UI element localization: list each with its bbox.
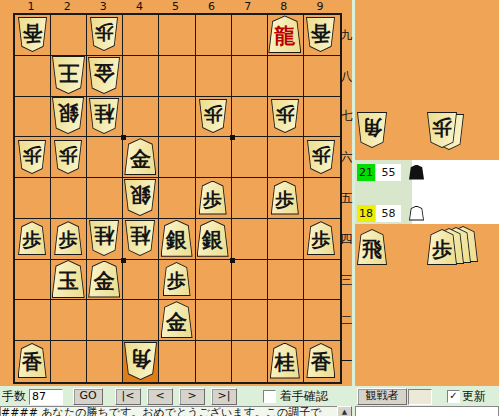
board-cell[interactable] <box>159 137 195 178</box>
board-cell[interactable] <box>232 56 268 97</box>
chat-input[interactable] <box>355 406 499 416</box>
file-label: 8 <box>266 0 302 13</box>
board-cell[interactable] <box>268 56 304 97</box>
opponent-minutes: 21 <box>357 164 375 181</box>
board-cell[interactable] <box>87 15 123 56</box>
board-cell[interactable] <box>196 15 232 56</box>
board-cell[interactable] <box>51 15 87 56</box>
nav-prev-button[interactable]: < <box>147 388 173 405</box>
board-cell[interactable] <box>87 219 123 260</box>
opponent-clock: 21 55 <box>357 163 424 181</box>
rank-label: 七 <box>341 97 352 138</box>
board-cell[interactable] <box>268 341 304 382</box>
board-cell[interactable] <box>196 260 232 301</box>
star-point <box>230 258 235 263</box>
rank-labels: 九八七六五四三二一 <box>341 15 352 382</box>
message-box: #### あなたの勝ちです。おめでとうございます。この調子で <box>0 406 352 416</box>
board-cell[interactable] <box>123 137 159 178</box>
board-cell[interactable] <box>159 219 195 260</box>
board-cell[interactable] <box>268 15 304 56</box>
board-cell[interactable] <box>304 300 340 341</box>
spectator-count-box <box>408 389 432 405</box>
board-cell[interactable] <box>15 178 51 219</box>
clock-block: 21 55 18 58 <box>355 160 499 224</box>
shogi-board[interactable] <box>13 13 342 384</box>
board-cell[interactable] <box>15 15 51 56</box>
board-cell[interactable] <box>123 15 159 56</box>
board-cell[interactable] <box>51 341 87 382</box>
board-cell[interactable] <box>232 300 268 341</box>
file-label: 5 <box>157 0 193 13</box>
board-cell[interactable] <box>268 219 304 260</box>
player-clock: 18 58 <box>357 204 424 222</box>
file-label: 6 <box>194 0 230 13</box>
board-cell[interactable] <box>87 300 123 341</box>
board-cell[interactable] <box>123 341 159 382</box>
board-cell[interactable] <box>232 260 268 301</box>
board-cell[interactable] <box>51 300 87 341</box>
board-cell[interactable] <box>159 260 195 301</box>
board-cell[interactable] <box>87 137 123 178</box>
board-cell[interactable] <box>196 219 232 260</box>
player-seconds: 58 <box>376 205 401 222</box>
board-cell[interactable] <box>123 178 159 219</box>
board-cell[interactable] <box>15 219 51 260</box>
board-cell[interactable] <box>123 300 159 341</box>
rank-label: 八 <box>341 56 352 97</box>
file-labels: 123456789 <box>13 0 338 13</box>
board-cell[interactable] <box>159 97 195 138</box>
spectator-button[interactable]: 観戦者 <box>357 388 407 405</box>
board-cell[interactable] <box>87 97 123 138</box>
board-cell[interactable] <box>159 300 195 341</box>
board-cell[interactable] <box>304 15 340 56</box>
move-number-input[interactable] <box>29 389 63 405</box>
board-cell[interactable] <box>232 178 268 219</box>
board-cell[interactable] <box>15 260 51 301</box>
star-point <box>230 135 235 140</box>
black-piece-icon <box>409 165 424 180</box>
player-name-box <box>412 160 499 224</box>
board-cell[interactable] <box>51 137 87 178</box>
board-cell[interactable] <box>51 260 87 301</box>
board-cell[interactable] <box>304 341 340 382</box>
rank-label: 三 <box>341 260 352 301</box>
board-cell[interactable] <box>87 56 123 97</box>
board-cell[interactable] <box>15 56 51 97</box>
board-cell[interactable] <box>304 260 340 301</box>
board-cell[interactable] <box>232 341 268 382</box>
board-cell[interactable] <box>304 97 340 138</box>
board-cell[interactable] <box>51 56 87 97</box>
auto-update-checkbox[interactable]: ✓ <box>447 390 460 403</box>
board-cell[interactable] <box>15 300 51 341</box>
board-cell[interactable] <box>87 341 123 382</box>
board-cell[interactable] <box>123 97 159 138</box>
board-cell[interactable] <box>159 341 195 382</box>
board-cell[interactable] <box>196 137 232 178</box>
board-cell[interactable] <box>15 341 51 382</box>
go-button[interactable]: GO <box>73 388 103 405</box>
scroll-up-button[interactable]: ▲ <box>337 406 352 416</box>
board-cell[interactable] <box>159 56 195 97</box>
opponent-seconds: 55 <box>376 164 401 181</box>
board-cell[interactable] <box>123 260 159 301</box>
board-cell[interactable] <box>123 56 159 97</box>
file-label: 2 <box>49 0 85 13</box>
board-cell[interactable] <box>159 178 195 219</box>
board-cell[interactable] <box>196 341 232 382</box>
nav-next-button[interactable]: > <box>179 388 205 405</box>
rank-label: 二 <box>341 300 352 341</box>
white-piece-icon <box>409 206 424 221</box>
board-cell[interactable] <box>196 300 232 341</box>
board-cell[interactable] <box>159 15 195 56</box>
rank-label: 一 <box>341 341 352 382</box>
board-cell[interactable] <box>87 260 123 301</box>
control-bar: 手数 GO |< < > >| 着手確認 #### あなたの勝ちです。おめでとう… <box>0 386 352 416</box>
system-message: #### あなたの勝ちです。おめでとうございます。この調子で <box>1 407 351 416</box>
shogi-piece-角[interactable]: 角 <box>357 112 387 148</box>
navigation-row: 手数 GO |< < > >| 着手確認 <box>0 388 352 405</box>
nav-first-button[interactable]: |< <box>115 388 141 405</box>
board-cell[interactable] <box>268 97 304 138</box>
shogi-piece-歩[interactable]: 歩 <box>427 229 457 265</box>
rank-label: 四 <box>341 219 352 260</box>
board-cell[interactable] <box>15 97 51 138</box>
board-cell[interactable] <box>304 137 340 178</box>
nav-last-button[interactable]: >| <box>211 388 237 405</box>
board-cell[interactable] <box>304 219 340 260</box>
board-cell[interactable] <box>232 137 268 178</box>
board-panel: 123456789 香歩龍香王金銀桂歩歩歩歩金歩銀歩歩歩歩桂桂銀銀歩玉金歩金香角… <box>0 0 352 386</box>
file-label: 7 <box>230 0 266 13</box>
star-point <box>121 258 126 263</box>
board-cell[interactable] <box>304 178 340 219</box>
board-cell[interactable] <box>232 15 268 56</box>
board-cell[interactable] <box>232 219 268 260</box>
file-label: 3 <box>85 0 121 13</box>
board-cell[interactable] <box>15 137 51 178</box>
auto-update-label: 更新 <box>462 388 486 405</box>
rank-label: 九 <box>341 15 352 56</box>
file-label: 1 <box>13 0 49 13</box>
rank-label: 五 <box>341 178 352 219</box>
board-cell[interactable] <box>268 260 304 301</box>
file-label: 9 <box>302 0 338 13</box>
shogi-piece-飛[interactable]: 飛 <box>357 229 387 265</box>
board-cell[interactable] <box>268 178 304 219</box>
board-cell[interactable] <box>268 137 304 178</box>
file-label: 4 <box>121 0 157 13</box>
star-point <box>121 135 126 140</box>
right-control-bar: 観戦者 ✓ 更新 <box>355 386 499 416</box>
player-minutes: 18 <box>357 205 375 222</box>
move-confirm-label: 着手確認 <box>280 388 328 405</box>
shogi-piece-歩[interactable]: 歩 <box>427 112 457 148</box>
board-cell[interactable] <box>51 219 87 260</box>
board-cell[interactable] <box>232 97 268 138</box>
board-cell[interactable] <box>87 178 123 219</box>
move-confirm-checkbox[interactable] <box>263 390 276 403</box>
board-cell[interactable] <box>304 56 340 97</box>
board-cell[interactable] <box>196 178 232 219</box>
side-panel: 角歩 21 55 18 58 飛歩 <box>355 0 499 386</box>
move-count-label: 手数 <box>2 388 26 405</box>
board-cell[interactable] <box>196 56 232 97</box>
board-cell[interactable] <box>196 97 232 138</box>
board-cell[interactable] <box>123 219 159 260</box>
shogi-client-window: 123456789 香歩龍香王金銀桂歩歩歩歩金歩銀歩歩歩歩桂桂銀銀歩玉金歩金香角… <box>0 0 499 416</box>
board-cell[interactable] <box>268 300 304 341</box>
board-cell[interactable] <box>51 97 87 138</box>
board-cell[interactable] <box>51 178 87 219</box>
rank-label: 六 <box>341 137 352 178</box>
